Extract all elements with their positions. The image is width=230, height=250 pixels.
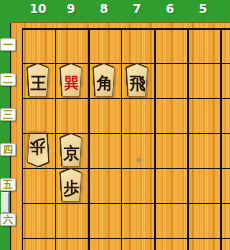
piece-glyph: 王 — [30, 70, 46, 96]
piece-bishop-8-2[interactable]: 角 — [89, 64, 119, 96]
piece-glyph: 歩 — [30, 134, 46, 160]
piece-glyph: 角 — [96, 70, 112, 96]
file-label-7: 7 — [133, 2, 141, 16]
rank-label-4: 四 — [0, 143, 16, 156]
file-label-9: 9 — [67, 2, 75, 16]
piece-gote-pawn-10-4[interactable]: 歩 — [23, 134, 53, 166]
rank-label-5: 五 — [0, 178, 16, 191]
shogi-app-viewport: 10 9 8 7 6 5 4 一 二 三 四 五 六 王 巽 角 飛 歩 京 歩 — [0, 0, 230, 250]
piece-kyo-9-4[interactable]: 京 — [56, 134, 86, 166]
rank-label-1: 一 — [0, 38, 16, 51]
rank-label-6: 六 — [0, 213, 16, 226]
rank-label-3: 三 — [0, 108, 16, 121]
piece-glyph: 歩 — [63, 175, 79, 201]
piece-glyph: 巽 — [64, 70, 78, 96]
file-label-5: 5 — [199, 2, 207, 16]
file-label-6: 6 — [166, 2, 174, 16]
piece-glyph: 京 — [63, 140, 79, 166]
piece-pawn-9-5[interactable]: 歩 — [56, 169, 86, 201]
piece-glyph: 飛 — [129, 70, 145, 96]
piece-promoted-red-9-2[interactable]: 巽 — [56, 64, 86, 96]
rank-label-2: 二 — [0, 73, 16, 86]
file-label-8: 8 — [100, 2, 108, 16]
piece-king-10-2[interactable]: 王 — [23, 64, 53, 96]
board-star-dot — [137, 158, 141, 162]
piece-rook-7-2[interactable]: 飛 — [122, 64, 152, 96]
scrollbar-thumb[interactable] — [1, 192, 9, 213]
file-label-10: 10 — [30, 2, 47, 16]
board-grid[interactable] — [22, 28, 230, 250]
